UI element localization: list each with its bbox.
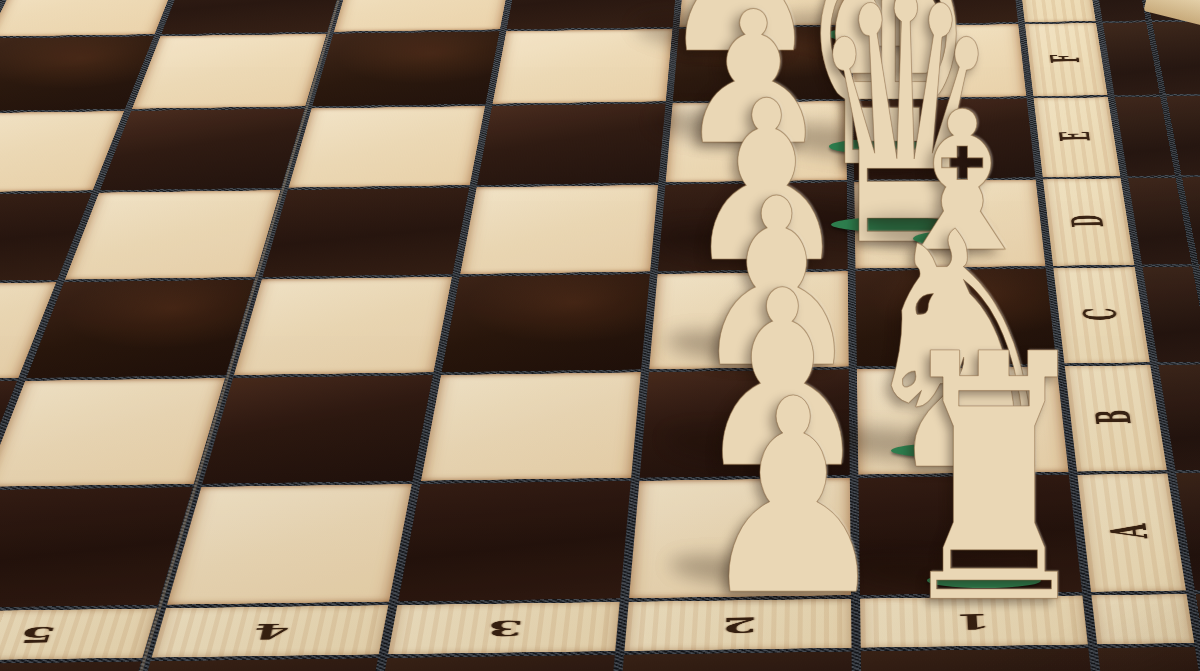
white-pawn-e2: ♟ xyxy=(662,0,845,171)
white-rook-a1: ♜ xyxy=(824,310,1164,650)
cast-shadow xyxy=(846,551,1030,600)
white-pawn-glyph: ♟ xyxy=(674,72,860,293)
cast-shadow xyxy=(741,194,945,245)
cast-shadow xyxy=(659,220,794,264)
photo-stage: FEDCBA654321 ♜♞♝♛♚♝♟♟♟♟♟♟ xyxy=(0,0,1200,671)
white-bishop-glyph: ♝ xyxy=(785,0,968,79)
white-queen-glyph: ♛ xyxy=(797,0,1012,295)
pieces-layer: ♜♞♝♛♚♝♟♟♟♟♟♟ xyxy=(0,0,1200,671)
white-rook-glyph: ♜ xyxy=(881,310,1107,650)
felt-base xyxy=(724,345,811,360)
white-queen-d1: ♛ xyxy=(734,0,1077,295)
white-king-glyph: ♚ xyxy=(791,0,985,217)
felt-base xyxy=(831,217,958,232)
white-pawn-glyph: ♟ xyxy=(686,364,901,633)
white-pawn-b2: ♟ xyxy=(661,259,904,502)
felt-base xyxy=(727,444,817,459)
cast-shadow xyxy=(664,325,804,369)
cast-shadow xyxy=(775,8,901,51)
cast-shadow xyxy=(861,212,987,255)
white-pawn-c2: ♟ xyxy=(661,169,892,400)
cast-shadow xyxy=(652,106,778,149)
white-bishop-c1: ♝ xyxy=(866,86,1059,279)
felt-base xyxy=(927,573,1042,588)
white-pawn-d2: ♟ xyxy=(656,72,877,293)
felt-base xyxy=(891,443,1014,458)
white-pawn-glyph: ♟ xyxy=(681,169,874,400)
white-knight-glyph: ♞ xyxy=(838,191,1088,517)
white-bishop-glyph: ♝ xyxy=(871,86,1054,279)
white-pawn-a2: ♟ xyxy=(659,364,928,633)
felt-base xyxy=(735,570,832,585)
felt-base xyxy=(704,125,782,140)
felt-base xyxy=(689,31,771,46)
white-pawn-glyph: ♟ xyxy=(682,259,882,502)
white-pawn-glyph: ♟ xyxy=(667,0,840,171)
white-knight-b1: ♞ xyxy=(800,191,1126,517)
cast-shadow xyxy=(634,11,766,54)
cast-shadow xyxy=(665,424,810,469)
white-king-e1: ♚ xyxy=(717,0,1060,217)
white-pawn-f2: ♟ xyxy=(633,0,847,83)
white-pawn-glyph: ♟ xyxy=(649,0,831,83)
felt-base xyxy=(913,231,991,246)
white-bishop-f1: ♝ xyxy=(769,0,983,79)
felt-base xyxy=(715,240,799,255)
cast-shadow xyxy=(761,118,919,164)
cast-shadow xyxy=(804,420,1001,470)
felt-base xyxy=(829,139,927,154)
felt-base xyxy=(827,27,905,42)
cast-shadow xyxy=(668,549,824,595)
